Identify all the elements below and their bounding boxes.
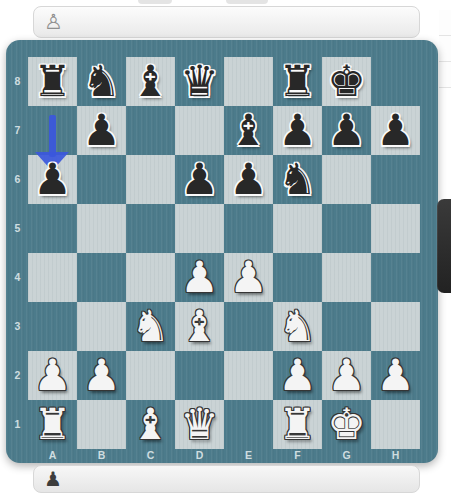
square-g7[interactable]: ♟ (322, 106, 371, 155)
piece-bN-b8[interactable]: ♞ (77, 57, 126, 106)
square-g3[interactable] (322, 302, 371, 351)
piece-wP-a2[interactable]: ♟ (28, 351, 77, 400)
rank-label-6: 6 (6, 155, 29, 204)
piece-wB-d3[interactable]: ♝ (175, 302, 224, 351)
square-e1[interactable] (224, 400, 273, 449)
rank-label-5: 5 (6, 204, 29, 253)
square-a4[interactable] (28, 253, 77, 302)
square-f7[interactable]: ♟ (273, 106, 322, 155)
file-label-f: F (273, 449, 322, 463)
square-e3[interactable] (224, 302, 273, 351)
square-c1[interactable]: ♝ (126, 400, 175, 449)
white-captured-pieces-tray: ♙ (33, 6, 420, 38)
chess-board: ♜♞♝♛♜♚♟♝♟♟♟♟♟♟♞♟♟♞♝♞♟♟♟♟♟♜♝♛♜♚ 87654321 … (6, 40, 438, 463)
rank-label-3: 3 (6, 302, 29, 351)
square-b2[interactable]: ♟ (77, 351, 126, 400)
square-d4[interactable]: ♟ (175, 253, 224, 302)
rank-label-2: 2 (6, 351, 29, 400)
piece-wP-e4[interactable]: ♟ (224, 253, 273, 302)
rank-label-1: 1 (6, 400, 29, 449)
square-a3[interactable] (28, 302, 77, 351)
square-a8[interactable]: ♜ (28, 57, 77, 106)
piece-wP-g2[interactable]: ♟ (322, 351, 371, 400)
file-label-b: B (77, 449, 126, 463)
square-c4[interactable] (126, 253, 175, 302)
piece-bP-b7[interactable]: ♟ (77, 106, 126, 155)
rank-label-7: 7 (6, 106, 29, 155)
square-d8[interactable]: ♛ (175, 57, 224, 106)
square-d7[interactable] (175, 106, 224, 155)
piece-wK-g1[interactable]: ♚ (322, 400, 371, 449)
square-h7[interactable]: ♟ (371, 106, 420, 155)
square-c3[interactable]: ♞ (126, 302, 175, 351)
square-h1[interactable] (371, 400, 420, 449)
square-c8[interactable]: ♝ (126, 57, 175, 106)
square-b1[interactable] (77, 400, 126, 449)
square-g4[interactable] (322, 253, 371, 302)
background-panel-divider (439, 36, 451, 62)
square-f6[interactable]: ♞ (273, 155, 322, 204)
file-label-g: G (322, 449, 371, 463)
white-pawn-icon: ♙ (44, 12, 63, 33)
square-h2[interactable]: ♟ (371, 351, 420, 400)
square-h6[interactable] (371, 155, 420, 204)
piece-bQ-d8[interactable]: ♛ (175, 57, 224, 106)
piece-wR-f1[interactable]: ♜ (273, 400, 322, 449)
board-grid: ♜♞♝♛♜♚♟♝♟♟♟♟♟♟♞♟♟♞♝♞♟♟♟♟♟♜♝♛♜♚ (28, 57, 420, 449)
last-move-arrow (49, 115, 56, 157)
rank-label-8: 8 (6, 57, 29, 106)
square-h5[interactable] (371, 204, 420, 253)
cropped-ui-remnant (138, 0, 172, 4)
piece-wQ-d1[interactable]: ♛ (175, 400, 224, 449)
piece-bP-e6[interactable]: ♟ (224, 155, 273, 204)
file-label-d: D (175, 449, 224, 463)
piece-bK-g8[interactable]: ♚ (322, 57, 371, 106)
background-panel (439, 10, 451, 88)
square-b5[interactable] (77, 204, 126, 253)
piece-bP-h7[interactable]: ♟ (371, 106, 420, 155)
square-b4[interactable] (77, 253, 126, 302)
square-c6[interactable] (126, 155, 175, 204)
square-a2[interactable]: ♟ (28, 351, 77, 400)
square-d6[interactable]: ♟ (175, 155, 224, 204)
piece-bB-c8[interactable]: ♝ (126, 57, 175, 106)
background-panel-divider (439, 62, 451, 88)
square-g8[interactable]: ♚ (322, 57, 371, 106)
square-f1[interactable]: ♜ (273, 400, 322, 449)
background-panel-divider (439, 10, 451, 36)
piece-wN-c3[interactable]: ♞ (126, 302, 175, 351)
square-a5[interactable] (28, 204, 77, 253)
square-g2[interactable]: ♟ (322, 351, 371, 400)
square-f3[interactable]: ♞ (273, 302, 322, 351)
rank-label-4: 4 (6, 253, 29, 302)
square-a1[interactable]: ♜ (28, 400, 77, 449)
piece-bP-d6[interactable]: ♟ (175, 155, 224, 204)
cropped-ui-remnant (226, 0, 268, 4)
square-f4[interactable] (273, 253, 322, 302)
square-e6[interactable]: ♟ (224, 155, 273, 204)
piece-bN-f6[interactable]: ♞ (273, 155, 322, 204)
piece-bP-g7[interactable]: ♟ (322, 106, 371, 155)
square-d2[interactable] (175, 351, 224, 400)
file-label-c: C (126, 449, 175, 463)
square-g1[interactable]: ♚ (322, 400, 371, 449)
piece-wP-f2[interactable]: ♟ (273, 351, 322, 400)
piece-bP-a6[interactable]: ♟ (28, 155, 77, 204)
square-f2[interactable]: ♟ (273, 351, 322, 400)
black-pawn-icon: ♟ (44, 469, 62, 489)
piece-bR-f8[interactable]: ♜ (273, 57, 322, 106)
square-c2[interactable] (126, 351, 175, 400)
square-c7[interactable] (126, 106, 175, 155)
piece-wN-f3[interactable]: ♞ (273, 302, 322, 351)
piece-wP-d4[interactable]: ♟ (175, 253, 224, 302)
piece-wB-c1[interactable]: ♝ (126, 400, 175, 449)
square-e8[interactable] (224, 57, 273, 106)
piece-wP-h2[interactable]: ♟ (371, 351, 420, 400)
square-b6[interactable] (77, 155, 126, 204)
file-label-h: H (371, 449, 420, 463)
square-f5[interactable] (273, 204, 322, 253)
square-d1[interactable]: ♛ (175, 400, 224, 449)
piece-wR-a1[interactable]: ♜ (28, 400, 77, 449)
file-label-e: E (224, 449, 273, 463)
square-g6[interactable] (322, 155, 371, 204)
square-e2[interactable] (224, 351, 273, 400)
square-b7[interactable]: ♟ (77, 106, 126, 155)
square-f8[interactable]: ♜ (273, 57, 322, 106)
piece-bB-e7[interactable]: ♝ (224, 106, 273, 155)
black-captured-pieces-tray: ♟ (33, 465, 420, 493)
square-a6[interactable]: ♟ (28, 155, 77, 204)
square-b3[interactable] (77, 302, 126, 351)
piece-bR-a8[interactable]: ♜ (28, 57, 77, 106)
square-h8[interactable] (371, 57, 420, 106)
square-d5[interactable] (175, 204, 224, 253)
square-h4[interactable] (371, 253, 420, 302)
square-e5[interactable] (224, 204, 273, 253)
piece-bP-f7[interactable]: ♟ (273, 106, 322, 155)
square-d3[interactable]: ♝ (175, 302, 224, 351)
square-e7[interactable]: ♝ (224, 106, 273, 155)
square-g5[interactable] (322, 204, 371, 253)
square-b8[interactable]: ♞ (77, 57, 126, 106)
piece-wP-b2[interactable]: ♟ (77, 351, 126, 400)
square-e4[interactable]: ♟ (224, 253, 273, 302)
square-c5[interactable] (126, 204, 175, 253)
file-label-a: A (28, 449, 77, 463)
square-h3[interactable] (371, 302, 420, 351)
drawer-tab[interactable] (437, 199, 451, 293)
